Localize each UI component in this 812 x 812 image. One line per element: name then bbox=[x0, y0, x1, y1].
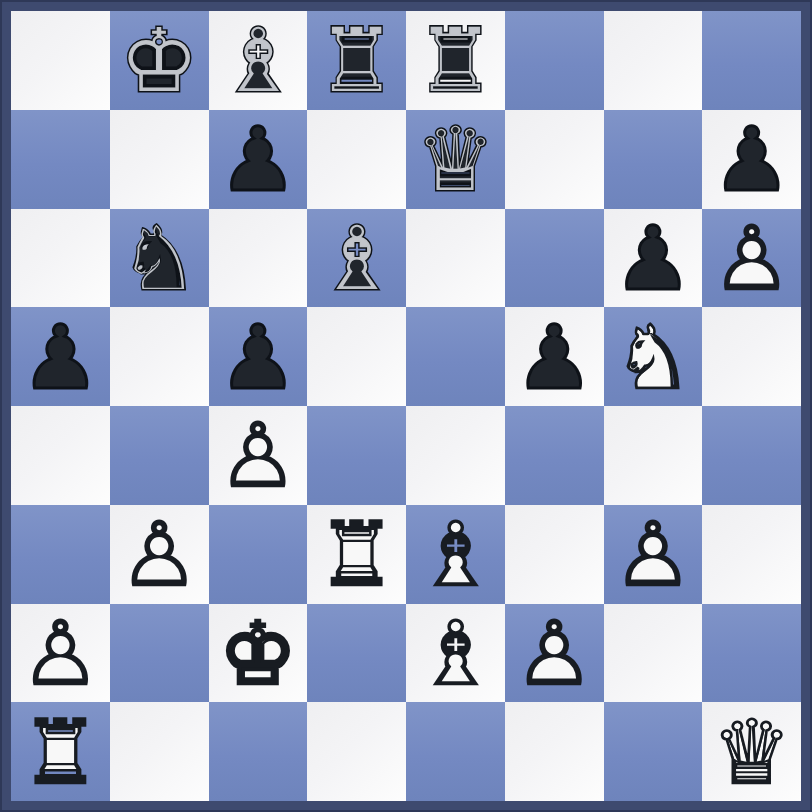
square-f1[interactable] bbox=[505, 702, 604, 801]
square-e8[interactable]: ♜♖ bbox=[406, 11, 505, 110]
square-d4[interactable] bbox=[307, 406, 406, 505]
black-pawn[interactable]: ♟ bbox=[11, 307, 110, 406]
square-c4[interactable]: ♟♙ bbox=[209, 406, 308, 505]
piece-fill-glyph: ♟ bbox=[604, 210, 703, 308]
square-a5[interactable]: ♟ bbox=[11, 307, 110, 406]
piece-fill-glyph: ♟ bbox=[702, 111, 801, 209]
square-e7[interactable]: ♛♕ bbox=[406, 110, 505, 209]
piece-outline-glyph: ♔ bbox=[209, 605, 308, 703]
square-h3[interactable] bbox=[702, 505, 801, 604]
piece-outline-glyph: ♖ bbox=[11, 703, 110, 801]
black-pawn[interactable]: ♟ bbox=[209, 307, 308, 406]
piece-fill-glyph: ♟ bbox=[11, 308, 110, 406]
black-pawn[interactable]: ♟ bbox=[505, 307, 604, 406]
piece-outline-glyph: ♙ bbox=[110, 506, 209, 604]
square-a8[interactable] bbox=[11, 11, 110, 110]
square-b1[interactable] bbox=[110, 702, 209, 801]
white-queen[interactable]: ♛♕ bbox=[702, 702, 801, 801]
square-a3[interactable] bbox=[11, 505, 110, 604]
white-king[interactable]: ♚♔ bbox=[209, 604, 308, 703]
square-c7[interactable]: ♟ bbox=[209, 110, 308, 209]
square-e2[interactable]: ♝♗ bbox=[406, 604, 505, 703]
square-d5[interactable] bbox=[307, 307, 406, 406]
square-c3[interactable] bbox=[209, 505, 308, 604]
black-knight[interactable]: ♞♘ bbox=[110, 209, 209, 308]
piece-outline-glyph: ♙ bbox=[505, 605, 604, 703]
square-f4[interactable] bbox=[505, 406, 604, 505]
piece-outline-glyph: ♗ bbox=[406, 506, 505, 604]
square-d6[interactable]: ♝♗ bbox=[307, 209, 406, 308]
square-h5[interactable] bbox=[702, 307, 801, 406]
piece-outline-glyph: ♗ bbox=[307, 210, 406, 308]
square-h1[interactable]: ♛♕ bbox=[702, 702, 801, 801]
square-b7[interactable] bbox=[110, 110, 209, 209]
white-knight[interactable]: ♞♘ bbox=[604, 307, 703, 406]
piece-fill-glyph: ♟ bbox=[209, 111, 308, 209]
square-g7[interactable] bbox=[604, 110, 703, 209]
square-b3[interactable]: ♟♙ bbox=[110, 505, 209, 604]
white-bishop[interactable]: ♝♗ bbox=[406, 604, 505, 703]
square-g6[interactable]: ♟ bbox=[604, 209, 703, 308]
piece-outline-glyph: ♙ bbox=[11, 605, 110, 703]
piece-outline-glyph: ♘ bbox=[110, 210, 209, 308]
square-d7[interactable] bbox=[307, 110, 406, 209]
piece-outline-glyph: ♙ bbox=[604, 506, 703, 604]
square-h2[interactable] bbox=[702, 604, 801, 703]
square-e1[interactable] bbox=[406, 702, 505, 801]
square-a7[interactable] bbox=[11, 110, 110, 209]
square-d8[interactable]: ♜♖ bbox=[307, 11, 406, 110]
white-pawn[interactable]: ♟♙ bbox=[110, 505, 209, 604]
white-rook[interactable]: ♜♖ bbox=[11, 702, 110, 801]
black-queen[interactable]: ♛♕ bbox=[406, 110, 505, 209]
black-rook[interactable]: ♜♖ bbox=[307, 11, 406, 110]
square-e5[interactable] bbox=[406, 307, 505, 406]
square-f6[interactable] bbox=[505, 209, 604, 308]
chess-board: ♚♔♝♗♜♖♜♖♟♛♕♟♞♘♝♗♟♟♙♟♟♟♞♘♟♙♟♙♜♖♝♗♟♙♟♙♚♔♝♗… bbox=[11, 11, 801, 801]
board-frame: ♚♔♝♗♜♖♜♖♟♛♕♟♞♘♝♗♟♟♙♟♟♟♞♘♟♙♟♙♜♖♝♗♟♙♟♙♚♔♝♗… bbox=[0, 0, 812, 812]
piece-fill-glyph: ♟ bbox=[209, 308, 308, 406]
white-pawn[interactable]: ♟♙ bbox=[702, 209, 801, 308]
square-c5[interactable]: ♟ bbox=[209, 307, 308, 406]
piece-outline-glyph: ♙ bbox=[702, 210, 801, 308]
piece-outline-glyph: ♖ bbox=[307, 506, 406, 604]
black-bishop[interactable]: ♝♗ bbox=[209, 11, 308, 110]
square-f7[interactable] bbox=[505, 110, 604, 209]
piece-outline-glyph: ♕ bbox=[702, 703, 801, 801]
white-bishop[interactable]: ♝♗ bbox=[406, 505, 505, 604]
square-c2[interactable]: ♚♔ bbox=[209, 604, 308, 703]
black-bishop[interactable]: ♝♗ bbox=[307, 209, 406, 308]
black-rook[interactable]: ♜♖ bbox=[406, 11, 505, 110]
black-pawn[interactable]: ♟ bbox=[702, 110, 801, 209]
piece-fill-glyph: ♟ bbox=[505, 308, 604, 406]
square-c1[interactable] bbox=[209, 702, 308, 801]
square-h4[interactable] bbox=[702, 406, 801, 505]
square-b4[interactable] bbox=[110, 406, 209, 505]
square-b5[interactable] bbox=[110, 307, 209, 406]
square-a6[interactable] bbox=[11, 209, 110, 308]
square-g8[interactable] bbox=[604, 11, 703, 110]
white-rook[interactable]: ♜♖ bbox=[307, 505, 406, 604]
piece-outline-glyph: ♙ bbox=[209, 407, 308, 505]
square-d1[interactable] bbox=[307, 702, 406, 801]
square-d2[interactable] bbox=[307, 604, 406, 703]
white-pawn[interactable]: ♟♙ bbox=[11, 604, 110, 703]
square-c6[interactable] bbox=[209, 209, 308, 308]
square-g1[interactable] bbox=[604, 702, 703, 801]
white-pawn[interactable]: ♟♙ bbox=[209, 406, 308, 505]
square-a4[interactable] bbox=[11, 406, 110, 505]
square-f2[interactable]: ♟♙ bbox=[505, 604, 604, 703]
square-g2[interactable] bbox=[604, 604, 703, 703]
piece-outline-glyph: ♘ bbox=[604, 308, 703, 406]
square-a2[interactable]: ♟♙ bbox=[11, 604, 110, 703]
square-h8[interactable] bbox=[702, 11, 801, 110]
square-d3[interactable]: ♜♖ bbox=[307, 505, 406, 604]
piece-outline-glyph: ♕ bbox=[406, 111, 505, 209]
square-c8[interactable]: ♝♗ bbox=[209, 11, 308, 110]
square-a1[interactable]: ♜♖ bbox=[11, 702, 110, 801]
square-h6[interactable]: ♟♙ bbox=[702, 209, 801, 308]
square-b2[interactable] bbox=[110, 604, 209, 703]
square-e4[interactable] bbox=[406, 406, 505, 505]
black-king[interactable]: ♚♔ bbox=[110, 11, 209, 110]
piece-outline-glyph: ♔ bbox=[110, 12, 209, 110]
square-g4[interactable] bbox=[604, 406, 703, 505]
square-f5[interactable]: ♟ bbox=[505, 307, 604, 406]
black-pawn[interactable]: ♟ bbox=[604, 209, 703, 308]
square-b6[interactable]: ♞♘ bbox=[110, 209, 209, 308]
piece-outline-glyph: ♗ bbox=[406, 605, 505, 703]
white-pawn[interactable]: ♟♙ bbox=[505, 604, 604, 703]
piece-outline-glyph: ♖ bbox=[406, 12, 505, 110]
square-h7[interactable]: ♟ bbox=[702, 110, 801, 209]
white-pawn[interactable]: ♟♙ bbox=[604, 505, 703, 604]
square-f8[interactable] bbox=[505, 11, 604, 110]
black-pawn[interactable]: ♟ bbox=[209, 110, 308, 209]
square-e3[interactable]: ♝♗ bbox=[406, 505, 505, 604]
square-b8[interactable]: ♚♔ bbox=[110, 11, 209, 110]
square-g3[interactable]: ♟♙ bbox=[604, 505, 703, 604]
piece-outline-glyph: ♖ bbox=[307, 12, 406, 110]
piece-outline-glyph: ♗ bbox=[209, 12, 308, 110]
square-f3[interactable] bbox=[505, 505, 604, 604]
square-e6[interactable] bbox=[406, 209, 505, 308]
square-g5[interactable]: ♞♘ bbox=[604, 307, 703, 406]
